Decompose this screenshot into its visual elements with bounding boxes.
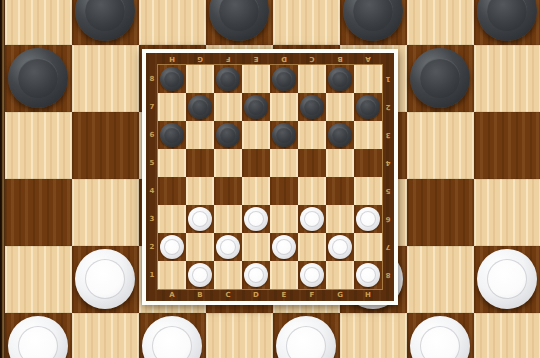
file-label-bottom: G [326,289,354,301]
background-square [72,313,139,358]
file-label-bottom: F [298,289,326,301]
dark-piece[interactable] [300,95,324,119]
file-label-top: A [354,53,382,65]
inset-board-square[interactable] [326,149,354,177]
piece-inner-ring [332,127,348,143]
background-square [72,0,139,45]
inset-board-square[interactable] [214,65,242,93]
rank-label-right: 1 [382,65,394,93]
inset-board-square[interactable] [354,205,382,233]
inset-board-square[interactable] [298,149,326,177]
file-labels-bottom: ABCDEFGH [158,289,382,301]
white-piece[interactable] [300,263,324,287]
piece-inner-ring [164,239,180,255]
dark-piece[interactable] [328,123,352,147]
inset-board-square[interactable] [214,233,242,261]
white-piece[interactable] [328,235,352,259]
inset-board-square[interactable] [270,65,298,93]
rank-label-right: 7 [382,233,394,261]
dark-piece [477,0,537,41]
piece-inner-ring [18,58,59,99]
inset-board-square[interactable] [242,149,270,177]
inset-board-square[interactable] [326,261,354,289]
white-piece [142,316,202,358]
inset-board-square[interactable] [158,65,186,93]
piece-inner-ring [360,267,376,283]
background-square [340,0,407,45]
inset-board-square[interactable] [186,65,214,93]
dark-piece[interactable] [160,67,184,91]
piece-inner-ring [192,267,208,283]
piece-inner-ring [85,0,126,31]
piece-inner-ring [286,326,327,358]
white-piece [8,316,68,358]
inset-board-border: HGFEDCBA ABCDEFGH 87654321 12345678 [146,53,394,301]
piece-inner-ring [332,239,348,255]
rank-label-left: 8 [146,65,158,93]
file-label-top: B [326,53,354,65]
piece-inner-ring [487,259,528,300]
file-label-bottom: H [354,289,382,301]
piece-inner-ring [192,99,208,115]
dark-piece[interactable] [356,95,380,119]
background-square [273,0,340,45]
checkers-game-screen: HGFEDCBA ABCDEFGH 87654321 12345678 [0,0,540,358]
file-label-top: C [298,53,326,65]
file-label-bottom: D [242,289,270,301]
inset-board-square[interactable] [354,149,382,177]
inset-board-square[interactable] [242,261,270,289]
background-square [139,0,206,45]
inset-board-square[interactable] [158,233,186,261]
rank-label-left: 4 [146,177,158,205]
inset-board-square[interactable] [214,93,242,121]
white-piece[interactable] [188,207,212,231]
piece-inner-ring [164,71,180,87]
inset-board-square[interactable] [214,205,242,233]
rank-label-left: 5 [146,149,158,177]
piece-inner-ring [360,99,376,115]
background-square [407,0,474,45]
inset-board-grid[interactable] [158,65,382,289]
inset-board-square[interactable] [354,121,382,149]
inset-board-square[interactable] [186,177,214,205]
inset-board-square[interactable] [158,261,186,289]
background-square [72,45,139,112]
piece-inner-ring [276,71,292,87]
inset-board-square[interactable] [298,65,326,93]
background-square [474,179,540,246]
inset-board-square[interactable] [158,205,186,233]
rank-label-left: 3 [146,205,158,233]
background-square [340,313,407,358]
inset-board-square[interactable] [354,261,382,289]
piece-inner-ring [360,211,376,227]
inset-board-square[interactable] [158,149,186,177]
board-frame-edge [0,0,5,358]
background-square [5,112,72,179]
inset-board-square[interactable] [326,233,354,261]
white-piece[interactable] [244,207,268,231]
rank-label-right: 3 [382,121,394,149]
background-square [139,313,206,358]
rank-label-right: 2 [382,93,394,121]
inset-board-square[interactable] [270,177,298,205]
white-piece[interactable] [244,263,268,287]
dark-piece[interactable] [328,67,352,91]
white-piece[interactable] [160,235,184,259]
inset-board-square[interactable] [242,121,270,149]
piece-inner-ring [420,58,461,99]
inset-board-square[interactable] [326,65,354,93]
piece-inner-ring [220,127,236,143]
inset-board-square[interactable] [326,121,354,149]
piece-inner-ring [220,71,236,87]
piece-inner-ring [304,211,320,227]
inset-board-square[interactable] [270,233,298,261]
background-square [407,313,474,358]
inset-board-square[interactable] [214,149,242,177]
piece-inner-ring [219,0,260,31]
dark-piece [209,0,269,41]
background-square [474,112,540,179]
inset-board-square[interactable] [242,177,270,205]
inset-board-square[interactable] [186,261,214,289]
inset-board-square[interactable] [270,93,298,121]
piece-inner-ring [248,211,264,227]
inset-board-square[interactable] [354,233,382,261]
piece-inner-ring [85,259,126,300]
rank-label-right: 5 [382,177,394,205]
inset-board-square[interactable] [298,261,326,289]
file-labels-top: HGFEDCBA [158,53,382,65]
white-piece [276,316,336,358]
white-piece[interactable] [272,235,296,259]
rank-labels-left: 87654321 [146,65,158,289]
inset-board-square[interactable] [298,121,326,149]
inset-board-square[interactable] [186,121,214,149]
background-square [5,0,72,45]
background-square [206,313,273,358]
background-square [273,313,340,358]
inset-board-square[interactable] [298,93,326,121]
inset-board-square[interactable] [326,177,354,205]
inset-board-square[interactable] [354,177,382,205]
rank-labels-right: 12345678 [382,65,394,289]
background-square [407,45,474,112]
piece-inner-ring [353,0,394,31]
piece-inner-ring [248,267,264,283]
white-piece[interactable] [356,207,380,231]
background-square [72,112,139,179]
rank-label-right: 6 [382,205,394,233]
inset-board-square[interactable] [214,121,242,149]
background-square [72,246,139,313]
file-label-bottom: B [186,289,214,301]
background-square [206,0,273,45]
piece-inner-ring [152,326,193,358]
inset-board-square[interactable] [186,233,214,261]
piece-inner-ring [18,326,59,358]
inset-board-square[interactable] [326,93,354,121]
rank-label-left: 6 [146,121,158,149]
file-label-bottom: C [214,289,242,301]
rank-label-left: 2 [146,233,158,261]
white-piece [410,316,470,358]
rank-label-right: 8 [382,261,394,289]
background-square [5,179,72,246]
dark-piece [410,48,470,108]
dark-piece [343,0,403,41]
inset-board-square[interactable] [270,261,298,289]
white-piece[interactable] [356,263,380,287]
inset-board-square[interactable] [242,93,270,121]
rank-label-left: 1 [146,261,158,289]
inset-board-square[interactable] [354,65,382,93]
background-square [474,45,540,112]
piece-inner-ring [192,211,208,227]
dark-piece[interactable] [244,95,268,119]
file-label-bottom: E [270,289,298,301]
inset-board-square[interactable] [214,177,242,205]
dark-piece [75,0,135,41]
inset-board-square[interactable] [158,93,186,121]
piece-inner-ring [487,0,528,31]
piece-inner-ring [220,239,236,255]
inset-board-square[interactable] [158,121,186,149]
file-label-top: G [186,53,214,65]
piece-inner-ring [332,71,348,87]
file-label-top: H [158,53,186,65]
piece-inner-ring [420,326,461,358]
inset-board-square[interactable] [242,233,270,261]
file-label-top: F [214,53,242,65]
background-square [407,246,474,313]
white-piece[interactable] [300,207,324,231]
piece-inner-ring [164,127,180,143]
white-piece [477,249,537,309]
inset-board-square[interactable] [298,177,326,205]
background-square [5,246,72,313]
white-piece[interactable] [188,263,212,287]
piece-inner-ring [304,267,320,283]
background-square [474,246,540,313]
piece-inner-ring [304,99,320,115]
piece-inner-ring [248,99,264,115]
file-label-bottom: A [158,289,186,301]
rank-label-left: 7 [146,93,158,121]
inset-board-square[interactable] [214,261,242,289]
inset-board-square[interactable] [186,149,214,177]
inset-board-square[interactable] [326,205,354,233]
dark-piece[interactable] [216,67,240,91]
inset-board-square[interactable] [298,233,326,261]
inset-board-square[interactable] [270,205,298,233]
white-piece[interactable] [216,235,240,259]
background-square [474,0,540,45]
inset-board-square[interactable] [270,149,298,177]
background-square [5,313,72,358]
dark-piece[interactable] [272,123,296,147]
piece-inner-ring [276,239,292,255]
background-square [474,313,540,358]
background-square [407,179,474,246]
inset-board-square[interactable] [298,205,326,233]
file-label-top: D [270,53,298,65]
background-square [5,45,72,112]
dark-piece[interactable] [188,95,212,119]
dark-piece [8,48,68,108]
piece-inner-ring [276,127,292,143]
white-piece [75,249,135,309]
background-square [72,179,139,246]
inset-board-square[interactable] [186,93,214,121]
inset-board-square[interactable] [242,205,270,233]
dark-piece[interactable] [160,123,184,147]
dark-piece[interactable] [272,67,296,91]
inset-board-square[interactable] [186,205,214,233]
inset-board-panel: HGFEDCBA ABCDEFGH 87654321 12345678 [142,49,398,305]
inset-board-square[interactable] [158,177,186,205]
inset-board-square[interactable] [242,65,270,93]
dark-piece[interactable] [216,123,240,147]
file-label-top: E [242,53,270,65]
inset-board-square[interactable] [354,93,382,121]
rank-label-right: 4 [382,149,394,177]
inset-board-square[interactable] [270,121,298,149]
background-square [407,112,474,179]
